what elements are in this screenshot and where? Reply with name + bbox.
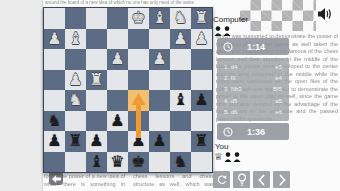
player-clock: 1:36 [217,123,289,140]
lightbulb-icon [236,173,248,186]
back-arrow-glyph [51,174,62,184]
square-a7[interactable]: ♜ [191,131,212,152]
square-g3[interactable] [65,49,86,70]
move-row: 2. f3e4 [224,72,282,83]
white-move: 4. d5 [224,98,237,104]
square-h4[interactable] [44,70,65,91]
computer-players-icon [214,26,232,36]
square-b2[interactable]: ♟ [170,29,191,50]
white-bishop: ♝ [68,29,82,50]
restart-icon [216,174,228,186]
black-pawn: ♟ [131,131,145,152]
square-g2[interactable]: ♝ [65,29,86,50]
square-f3[interactable] [86,49,107,70]
square-d6[interactable] [128,111,149,132]
square-b6[interactable] [170,111,191,132]
white-move: 2. f3 [224,75,236,81]
restart-button[interactable] [213,171,230,188]
chevron-right-icon [277,174,287,186]
square-d5[interactable] [128,90,149,111]
square-d2[interactable] [128,29,149,50]
square-b7[interactable] [170,131,191,152]
computer-label: Computer [213,15,248,24]
you-players-icons: ♕ [214,152,242,162]
square-e2[interactable] [107,29,128,50]
square-f6[interactable] [86,111,107,132]
white-rook: ♜ [194,8,208,29]
square-b5[interactable]: ♝ [170,90,191,111]
square-h6[interactable]: ♞ [44,111,65,132]
black-pawn: ♟ [47,131,61,152]
crown-icon: ♕ [214,152,223,162]
white-move: 5. d6 [224,109,237,115]
white-knight: ♞ [68,90,82,111]
computer-time: 1:14 [233,42,289,52]
white-pawn: ♟ [47,29,61,50]
square-g8[interactable] [65,152,86,173]
black-move: Bf5 [273,86,282,92]
white-move: 3. Nh3 [224,86,242,92]
square-a8[interactable] [191,152,212,173]
black-pawn: ♟ [194,90,208,111]
move-row: 3. Nh3Bf5 [224,84,282,95]
square-c7[interactable]: ♟ [149,131,170,152]
square-h8[interactable] [44,152,65,173]
square-c8[interactable] [149,152,170,173]
square-g4[interactable]: ♟ [65,70,86,91]
square-d3[interactable] [128,49,149,70]
page-left-gutter [0,0,43,191]
square-b8[interactable]: ♞ [170,152,191,173]
square-f4[interactable]: ♜ [86,70,107,91]
black-move: a5 [275,98,282,104]
square-h1[interactable] [44,8,65,29]
black-knight: ♞ [173,152,187,173]
square-d1[interactable]: ♚ [128,8,149,29]
next-move-button[interactable] [273,171,290,188]
two-players-icon [214,26,232,36]
black-knight: ♞ [47,111,61,132]
computer-clock: 1:14 [217,38,289,55]
square-b3[interactable] [170,49,191,70]
square-d7[interactable]: ♟ [128,131,149,152]
square-e4[interactable] [107,70,128,91]
white-pawn: ♟ [110,49,124,70]
two-players-icon [224,152,242,162]
white-pawn: ♟ [152,49,166,70]
move-row: 5. d6e6 [224,107,282,118]
square-f2[interactable] [86,29,107,50]
square-b1[interactable]: ♞ [170,8,191,29]
black-rook: ♜ [194,131,208,152]
white-pawn: ♟ [194,29,208,50]
checkerboard-banner [240,0,316,31]
white-pawn: ♟ [68,70,82,91]
move-row: 4. d5a5 [224,95,282,106]
square-a5[interactable]: ♟ [191,90,212,111]
black-bishop: ♝ [173,90,187,111]
move-row: 1. d4e5 [224,61,282,72]
black-move: e4 [275,75,282,81]
square-e7[interactable] [107,131,128,152]
square-a4[interactable] [191,70,212,91]
square-c4[interactable] [149,70,170,91]
square-c2[interactable] [149,29,170,50]
article-text-bottom: found the power of a new idea of which t… [44,173,214,190]
black-king: ♚ [131,152,145,173]
square-e5[interactable] [107,90,128,111]
square-f1[interactable] [86,8,107,29]
black-move: e6 [275,109,282,115]
white-bishop: ♝ [152,8,166,29]
square-g6[interactable] [65,111,86,132]
square-a6[interactable] [191,111,212,132]
square-f7[interactable]: ♟ [86,131,107,152]
white-pawn: ♟ [173,29,187,50]
square-f5[interactable] [86,90,107,111]
back-arrow-icon[interactable] [49,172,63,185]
square-h5[interactable] [44,90,65,111]
square-a2[interactable]: ♟ [191,29,212,50]
square-e6[interactable]: ♟ [107,111,128,132]
square-f8[interactable]: ♝ [86,152,107,173]
square-c5[interactable] [149,90,170,111]
black-rook: ♜ [68,131,82,152]
square-d8[interactable]: ♚ [128,152,149,173]
you-label: You [215,142,229,151]
black-bishop: ♝ [89,152,103,173]
black-move: e5 [275,64,282,70]
black-pawn: ♟ [89,131,103,152]
square-h3[interactable] [44,49,65,70]
square-e8[interactable]: ♛ [107,152,128,173]
hint-button[interactable] [233,171,250,188]
previous-move-button[interactable] [253,171,270,188]
black-pawn: ♟ [152,131,166,152]
black-queen: ♛ [110,152,124,173]
white-king: ♚ [131,8,145,29]
square-c6[interactable] [149,111,170,132]
speaker-glyph [317,7,332,21]
player-time: 1:36 [233,127,289,137]
square-a1[interactable]: ♜ [191,8,212,29]
black-pawn: ♟ [110,111,124,132]
speaker-icon[interactable] [317,7,332,25]
game-controls [213,171,290,188]
square-g7[interactable]: ♜ [65,131,86,152]
chevron-left-icon [257,174,267,186]
clock-icon [223,127,233,137]
square-h7[interactable]: ♟ [44,131,65,152]
move-list[interactable]: 1. d4e52. f3e43. Nh3Bf54. d5a55. d6e6 [217,58,289,121]
square-a3[interactable] [191,49,212,70]
square-g1[interactable] [65,8,86,29]
square-e1[interactable] [107,8,128,29]
white-move: 1. d4 [224,64,237,70]
square-h2[interactable]: ♟ [44,29,65,50]
clock-icon [223,42,233,52]
white-rook: ♜ [89,70,103,91]
article-text-top: around the board of a new idea of which … [45,0,213,7]
square-b4[interactable] [170,70,191,91]
white-knight: ♞ [173,8,187,29]
square-d4[interactable] [128,70,149,91]
chess-board: ♚♝♞♜♟♝♟♟♟♟♟♜♞♝♟♞♟♟♜♟♟♟♜♝♛♚♞ [43,7,213,173]
square-c3[interactable]: ♟ [149,49,170,70]
square-c1[interactable]: ♝ [149,8,170,29]
square-e3[interactable]: ♟ [107,49,128,70]
square-g5[interactable]: ♞ [65,90,86,111]
